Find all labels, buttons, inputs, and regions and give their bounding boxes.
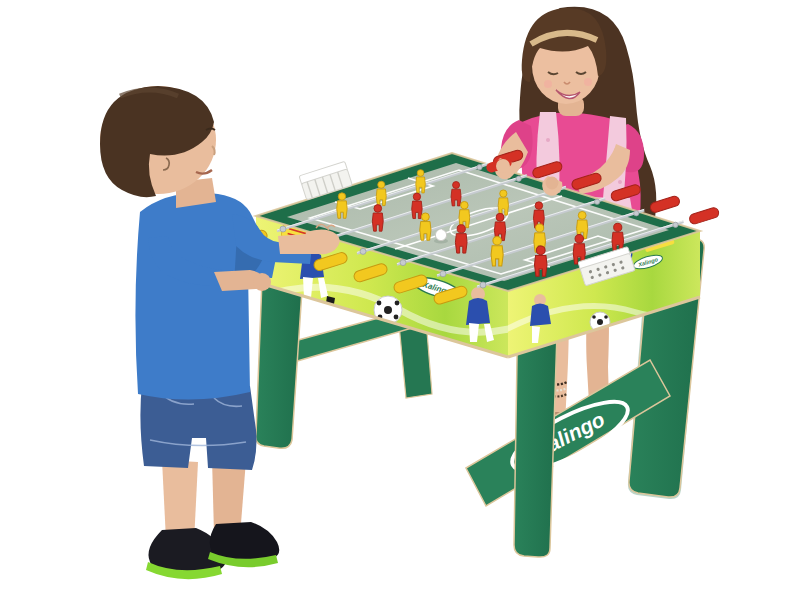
- boy-player: [100, 86, 340, 579]
- ball: [434, 229, 448, 243]
- scene-canvas: Xalingo BRINQUEDOS: [0, 0, 800, 600]
- near-left-leg: [256, 280, 302, 448]
- red-handle-rod-6: [688, 207, 720, 225]
- product-photo-foosball-table: Xalingo BRINQUEDOS: [0, 0, 800, 600]
- boy-left-hand: [253, 273, 271, 291]
- boy-shoe: [208, 522, 279, 567]
